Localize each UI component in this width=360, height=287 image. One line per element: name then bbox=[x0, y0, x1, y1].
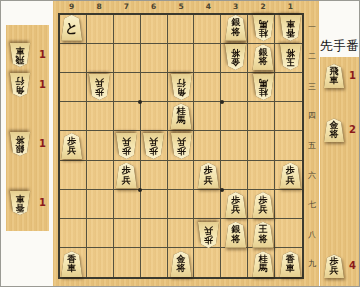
piece-face: 金将 bbox=[170, 251, 193, 277]
cell-2-5[interactable] bbox=[248, 131, 275, 160]
piece-face: 歩兵 bbox=[115, 133, 138, 159]
piece-face: 桂馬 bbox=[170, 103, 193, 129]
piece-face: 王将 bbox=[252, 222, 275, 248]
cell-5-6[interactable] bbox=[168, 161, 195, 190]
piece-kanji: 将 bbox=[177, 264, 186, 274]
cell-8-7[interactable] bbox=[87, 190, 114, 219]
piece-kanji: 車 bbox=[286, 18, 295, 28]
cell-5-2[interactable] bbox=[168, 44, 195, 73]
cell-6-1[interactable] bbox=[141, 15, 168, 44]
file-label-8: 8 bbox=[85, 2, 112, 12]
hand-count-gote-香車: 1 bbox=[39, 198, 46, 208]
file-label-5: 5 bbox=[167, 2, 194, 12]
piece-face: 歩兵 bbox=[115, 163, 138, 189]
cell-8-2[interactable] bbox=[87, 44, 114, 73]
cell-1-4[interactable] bbox=[275, 102, 302, 131]
cell-7-8[interactable] bbox=[114, 219, 141, 248]
piece-gote-歩兵-65[interactable]: 歩兵 bbox=[142, 133, 165, 159]
cell-6-2[interactable] bbox=[141, 44, 168, 73]
piece-kanji: 行 bbox=[177, 77, 186, 87]
piece-face: 金将 bbox=[224, 44, 247, 70]
file-label-2: 2 bbox=[249, 2, 276, 12]
piece-gote-金将-32[interactable]: 金将 bbox=[224, 44, 247, 70]
piece-face: 玉将 bbox=[279, 44, 302, 70]
piece-kanji: と bbox=[65, 21, 78, 35]
piece-kanji: 将 bbox=[231, 28, 240, 38]
cell-9-2[interactable] bbox=[60, 44, 87, 73]
piece-kanji: 兵 bbox=[330, 266, 339, 276]
piece-kanji: 車 bbox=[67, 264, 76, 274]
hand-piece-gote-角行[interactable]: 角行 bbox=[9, 73, 31, 97]
piece-kanji: 歩 bbox=[95, 87, 104, 97]
file-label-6: 6 bbox=[140, 2, 167, 12]
piece-gote-歩兵-55[interactable]: 歩兵 bbox=[170, 133, 193, 159]
rank-label-3: 三 bbox=[306, 83, 318, 91]
piece-kanji: 将 bbox=[231, 48, 240, 58]
piece-kanji: 兵 bbox=[149, 137, 158, 147]
piece-kanji: 将 bbox=[231, 235, 240, 245]
piece-kanji: 行 bbox=[16, 75, 25, 85]
piece-kanji: 飛 bbox=[16, 55, 25, 65]
piece-kanji: 桂 bbox=[259, 87, 268, 97]
file-labels: 987654321 bbox=[58, 2, 304, 12]
cell-7-4[interactable] bbox=[114, 102, 141, 131]
piece-face: 歩兵 bbox=[88, 74, 111, 100]
cell-3-3[interactable] bbox=[221, 73, 248, 102]
file-label-3: 3 bbox=[222, 2, 249, 12]
piece-sente-王将-28[interactable]: 王将 bbox=[252, 222, 275, 248]
piece-sente-香車-99[interactable]: 香車 bbox=[60, 251, 83, 277]
cell-9-7[interactable] bbox=[60, 190, 87, 219]
hand-count-gote-角行: 1 bbox=[39, 80, 46, 90]
piece-face: と bbox=[60, 15, 83, 41]
cell-4-1[interactable] bbox=[194, 15, 221, 44]
sente-hand-tray: 飛車1金将2歩兵4 bbox=[320, 57, 359, 287]
star-point-icon bbox=[220, 100, 224, 104]
cell-6-3[interactable] bbox=[141, 73, 168, 102]
cell-7-9[interactable] bbox=[114, 248, 141, 277]
piece-kanji: 兵 bbox=[231, 205, 240, 215]
star-point-icon bbox=[138, 100, 142, 104]
cell-4-2[interactable] bbox=[194, 44, 221, 73]
cell-3-4[interactable] bbox=[221, 102, 248, 131]
piece-kanji: 車 bbox=[286, 264, 295, 274]
piece-face: 歩兵 bbox=[224, 192, 247, 218]
piece-face: 銀将 bbox=[224, 222, 247, 248]
piece-sente-金将-59[interactable]: 金将 bbox=[170, 251, 193, 277]
piece-kanji: 兵 bbox=[204, 225, 213, 235]
piece-face: 桂馬 bbox=[252, 251, 275, 277]
cell-3-9[interactable] bbox=[221, 248, 248, 277]
cell-2-4[interactable] bbox=[248, 102, 275, 131]
piece-kanji: 歩 bbox=[122, 146, 131, 156]
rank-label-4: 四 bbox=[306, 112, 318, 120]
cell-6-6[interactable] bbox=[141, 161, 168, 190]
piece-kanji: 馬 bbox=[259, 18, 268, 28]
hand-piece-gote-香車[interactable]: 香車 bbox=[9, 191, 31, 215]
piece-face: 香車 bbox=[9, 191, 31, 215]
rank-label-5: 五 bbox=[306, 142, 318, 150]
piece-gote-香車-11[interactable]: 香車 bbox=[279, 15, 302, 41]
piece-kanji: 角 bbox=[177, 87, 186, 97]
rank-label-7: 七 bbox=[306, 201, 318, 209]
cell-3-6[interactable] bbox=[221, 161, 248, 190]
piece-face: 銀将 bbox=[224, 15, 247, 41]
cell-1-8[interactable] bbox=[275, 219, 302, 248]
cell-8-5[interactable] bbox=[87, 131, 114, 160]
piece-kanji: 将 bbox=[259, 57, 268, 67]
piece-sente-歩兵-27[interactable]: 歩兵 bbox=[252, 192, 275, 218]
hand-count-gote-飛車: 1 bbox=[39, 50, 46, 60]
turn-indicator: 先手番 bbox=[320, 38, 360, 55]
hand-piece-gote-銀将[interactable]: 銀将 bbox=[9, 132, 31, 156]
hand-count-sente-飛車: 1 bbox=[349, 71, 356, 81]
piece-face: 金将 bbox=[323, 118, 345, 142]
cell-2-6[interactable] bbox=[248, 161, 275, 190]
piece-gote-桂馬-23[interactable]: 桂馬 bbox=[252, 74, 275, 100]
piece-gote-歩兵-48[interactable]: 歩兵 bbox=[197, 222, 220, 248]
cell-9-8[interactable] bbox=[60, 219, 87, 248]
piece-face: 飛車 bbox=[323, 64, 345, 88]
piece-kanji: 兵 bbox=[177, 137, 186, 147]
file-label-1: 1 bbox=[277, 2, 304, 12]
piece-kanji: 馬 bbox=[259, 77, 268, 87]
piece-sente-歩兵-37[interactable]: 歩兵 bbox=[224, 192, 247, 218]
star-point-icon bbox=[138, 188, 142, 192]
piece-face: 香車 bbox=[279, 251, 302, 277]
piece-kanji: 兵 bbox=[286, 176, 295, 186]
rank-labels: 一二三四五六七八九 bbox=[306, 13, 318, 279]
piece-gote-桂馬-21[interactable]: 桂馬 bbox=[252, 15, 275, 41]
piece-kanji: 歩 bbox=[204, 235, 213, 245]
hand-count-gote-銀将: 1 bbox=[39, 139, 46, 149]
piece-face: 角行 bbox=[170, 74, 193, 100]
cell-1-5[interactable] bbox=[275, 131, 302, 160]
cell-3-5[interactable] bbox=[221, 131, 248, 160]
cell-4-7[interactable] bbox=[194, 190, 221, 219]
rank-label-6: 六 bbox=[306, 172, 318, 180]
cell-9-6[interactable] bbox=[60, 161, 87, 190]
cell-5-8[interactable] bbox=[168, 219, 195, 248]
piece-kanji: 兵 bbox=[95, 77, 104, 87]
hand-piece-sente-歩兵[interactable]: 歩兵 bbox=[323, 254, 345, 278]
piece-kanji: 将 bbox=[16, 134, 25, 144]
rank-label-1: 一 bbox=[306, 24, 318, 32]
piece-sente-と-91[interactable]: と bbox=[60, 15, 83, 41]
piece-kanji: 車 bbox=[16, 193, 25, 203]
board-grid: と銀将桂馬香車金将銀将玉将歩兵角行桂馬桂馬歩兵歩兵歩兵歩兵歩兵歩兵歩兵歩兵歩兵歩… bbox=[58, 13, 304, 279]
hand-count-sente-金将: 2 bbox=[349, 125, 356, 135]
piece-kanji: 兵 bbox=[67, 146, 76, 156]
cell-5-1[interactable] bbox=[168, 15, 195, 44]
cell-4-3[interactable] bbox=[194, 73, 221, 102]
piece-sente-銀将-22[interactable]: 銀将 bbox=[252, 44, 275, 70]
piece-sente-香車-19[interactable]: 香車 bbox=[279, 251, 302, 277]
cell-8-4[interactable] bbox=[87, 102, 114, 131]
piece-face: 銀将 bbox=[9, 132, 31, 156]
rank-label-2: 二 bbox=[306, 53, 318, 61]
hand-piece-sente-金将[interactable]: 金将 bbox=[323, 118, 345, 142]
cell-4-5[interactable] bbox=[194, 131, 221, 160]
piece-sente-桂馬-29[interactable]: 桂馬 bbox=[252, 251, 275, 277]
piece-face: 歩兵 bbox=[197, 163, 220, 189]
cell-6-7[interactable] bbox=[141, 190, 168, 219]
piece-kanji: 車 bbox=[330, 76, 339, 86]
piece-sente-桂馬-54[interactable]: 桂馬 bbox=[170, 103, 193, 129]
piece-sente-歩兵-95[interactable]: 歩兵 bbox=[60, 133, 83, 159]
piece-gote-歩兵-75[interactable]: 歩兵 bbox=[115, 133, 138, 159]
cell-4-4[interactable] bbox=[194, 102, 221, 131]
piece-face: 歩兵 bbox=[323, 254, 345, 278]
piece-sente-銀将-38[interactable]: 銀将 bbox=[224, 222, 247, 248]
cell-7-3[interactable] bbox=[114, 73, 141, 102]
cell-1-3[interactable] bbox=[275, 73, 302, 102]
piece-gote-歩兵-83[interactable]: 歩兵 bbox=[88, 74, 111, 100]
piece-face: 角行 bbox=[9, 73, 31, 97]
piece-kanji: 将 bbox=[330, 130, 339, 140]
piece-kanji: 将 bbox=[286, 48, 295, 58]
piece-face: 歩兵 bbox=[170, 133, 193, 159]
piece-face: 桂馬 bbox=[252, 15, 275, 41]
cell-9-4[interactable] bbox=[60, 102, 87, 131]
piece-kanji: 兵 bbox=[204, 176, 213, 186]
cell-7-2[interactable] bbox=[114, 44, 141, 73]
piece-kanji: 金 bbox=[231, 57, 240, 67]
rank-label-8: 八 bbox=[306, 231, 318, 239]
piece-kanji: 兵 bbox=[122, 176, 131, 186]
piece-gote-玉将-12[interactable]: 玉将 bbox=[279, 44, 302, 70]
piece-kanji: 兵 bbox=[259, 205, 268, 215]
board-area: 987654321 と銀将桂馬香車金将銀将玉将歩兵角行桂馬桂馬歩兵歩兵歩兵歩兵歩… bbox=[53, 1, 319, 287]
file-label-4: 4 bbox=[195, 2, 222, 12]
piece-face: 歩兵 bbox=[197, 222, 220, 248]
piece-face: 香車 bbox=[60, 251, 83, 277]
piece-kanji: 車 bbox=[16, 46, 25, 56]
piece-face: 歩兵 bbox=[252, 192, 275, 218]
piece-face: 香車 bbox=[279, 15, 302, 41]
piece-kanji: 玉 bbox=[286, 57, 295, 67]
piece-face: 歩兵 bbox=[60, 133, 83, 159]
piece-face: 銀将 bbox=[252, 44, 275, 70]
piece-kanji: 歩 bbox=[149, 146, 158, 156]
cell-7-7[interactable] bbox=[114, 190, 141, 219]
cell-8-1[interactable] bbox=[87, 15, 114, 44]
rank-label-9: 九 bbox=[306, 260, 318, 268]
piece-kanji: 将 bbox=[259, 235, 268, 245]
cell-6-4[interactable] bbox=[141, 102, 168, 131]
piece-kanji: 桂 bbox=[259, 28, 268, 38]
file-label-7: 7 bbox=[113, 2, 140, 12]
piece-gote-角行-53[interactable]: 角行 bbox=[170, 74, 193, 100]
piece-kanji: 香 bbox=[286, 28, 295, 38]
cell-8-6[interactable] bbox=[87, 161, 114, 190]
piece-face: 歩兵 bbox=[279, 163, 302, 189]
cell-4-9[interactable] bbox=[194, 248, 221, 277]
piece-face: 歩兵 bbox=[142, 133, 165, 159]
piece-kanji: 馬 bbox=[259, 264, 268, 274]
file-label-9: 9 bbox=[58, 2, 85, 12]
piece-sente-銀将-31[interactable]: 銀将 bbox=[224, 15, 247, 41]
hand-count-sente-歩兵: 4 bbox=[349, 261, 356, 271]
piece-sente-歩兵-16[interactable]: 歩兵 bbox=[279, 163, 302, 189]
shogi-viewer: { "game": "shogi", "title": { "turn_indi… bbox=[0, 0, 360, 287]
cell-6-8[interactable] bbox=[141, 219, 168, 248]
piece-sente-歩兵-46[interactable]: 歩兵 bbox=[197, 163, 220, 189]
cell-7-1[interactable] bbox=[114, 15, 141, 44]
piece-kanji: 兵 bbox=[122, 137, 131, 147]
gote-hand-tray: 飛車1角行1銀将1香車1 bbox=[6, 25, 49, 231]
piece-face: 桂馬 bbox=[252, 74, 275, 100]
cell-6-9[interactable] bbox=[141, 248, 168, 277]
piece-face: 飛車 bbox=[9, 43, 31, 67]
cell-1-7[interactable] bbox=[275, 190, 302, 219]
cell-9-3[interactable] bbox=[60, 73, 87, 102]
cell-8-8[interactable] bbox=[87, 219, 114, 248]
hand-piece-sente-飛車[interactable]: 飛車 bbox=[323, 64, 345, 88]
cell-8-9[interactable] bbox=[87, 248, 114, 277]
cell-5-7[interactable] bbox=[168, 190, 195, 219]
piece-sente-歩兵-76[interactable]: 歩兵 bbox=[115, 163, 138, 189]
piece-kanji: 馬 bbox=[177, 116, 186, 126]
piece-kanji: 歩 bbox=[177, 146, 186, 156]
hand-piece-gote-飛車[interactable]: 飛車 bbox=[9, 43, 31, 67]
